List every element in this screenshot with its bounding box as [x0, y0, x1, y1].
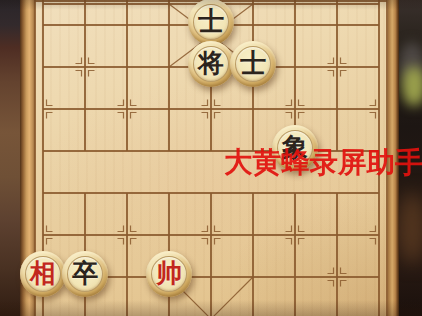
- piece-red-elephant[interactable]: 相: [20, 251, 66, 297]
- piece-red-general[interactable]: 帅: [146, 251, 192, 297]
- black-general-glyph: 将: [198, 50, 224, 76]
- black-advisor-glyph: 士: [240, 50, 266, 76]
- screenshot-stage: 士将士象相卒帅 大黄蜂录屏助手: [0, 0, 422, 316]
- piece-black-general[interactable]: 将: [188, 41, 234, 87]
- black-advisor-glyph: 士: [198, 8, 224, 34]
- recorder-watermark-text: 大黄蜂录屏助手: [224, 144, 422, 182]
- piece-black-advisor[interactable]: 士: [230, 41, 276, 87]
- piece-black-soldier[interactable]: 卒: [62, 251, 108, 297]
- red-elephant-glyph: 相: [30, 260, 56, 286]
- red-general-glyph: 帅: [156, 260, 182, 286]
- black-soldier-glyph: 卒: [72, 260, 98, 286]
- piece-black-advisor[interactable]: 士: [188, 0, 234, 45]
